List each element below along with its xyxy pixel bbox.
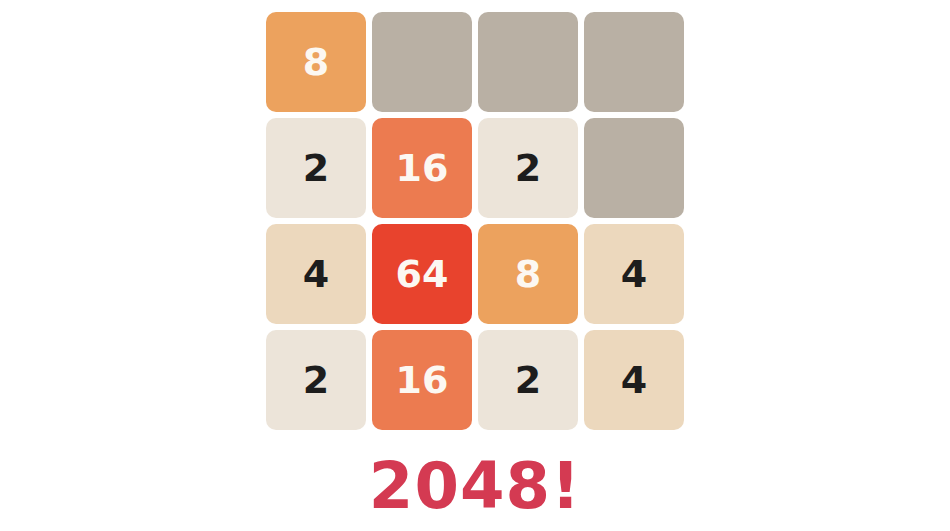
tile-16-r2c2: 16 [372, 118, 472, 218]
empty-cell-r1c3 [478, 12, 578, 112]
tile-2-r2c1: 2 [266, 118, 366, 218]
tile-2-r4c3: 2 [478, 330, 578, 430]
tile-4-r3c1: 4 [266, 224, 366, 324]
tile-64-r3c2: 64 [372, 224, 472, 324]
tile-8-r3c3: 8 [478, 224, 578, 324]
tile-4-r3c4: 4 [584, 224, 684, 324]
board[interactable]: 821624648421624 [266, 12, 684, 430]
tile-2-r2c3: 2 [478, 118, 578, 218]
tile-4-r4c4: 4 [584, 330, 684, 430]
empty-cell-r2c4 [584, 118, 684, 218]
tile-16-r4c2: 16 [372, 330, 472, 430]
game-title: 2048! [369, 454, 581, 518]
page: 821624648421624 2048! [0, 0, 950, 531]
tile-2-r4c1: 2 [266, 330, 366, 430]
empty-cell-r1c2 [372, 12, 472, 112]
empty-cell-r1c4 [584, 12, 684, 112]
tile-8-r1c1: 8 [266, 12, 366, 112]
